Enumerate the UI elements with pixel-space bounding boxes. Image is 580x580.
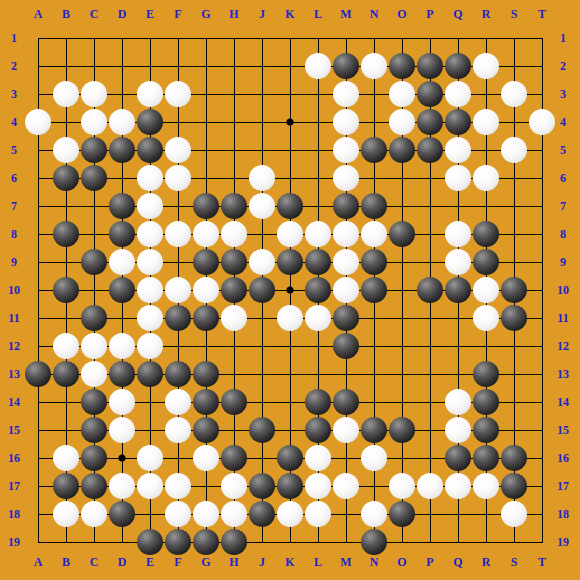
point-Q15[interactable] bbox=[444, 416, 472, 444]
point-P9[interactable] bbox=[416, 248, 444, 276]
point-N10[interactable] bbox=[360, 276, 388, 304]
point-S6[interactable] bbox=[500, 164, 528, 192]
point-J19[interactable] bbox=[248, 528, 276, 556]
point-S12[interactable] bbox=[500, 332, 528, 360]
point-F8[interactable] bbox=[164, 220, 192, 248]
point-O13[interactable] bbox=[388, 360, 416, 388]
point-B7[interactable] bbox=[52, 192, 80, 220]
point-S11[interactable] bbox=[500, 304, 528, 332]
point-B4[interactable] bbox=[52, 108, 80, 136]
point-S9[interactable] bbox=[500, 248, 528, 276]
point-T10[interactable] bbox=[528, 276, 556, 304]
point-G9[interactable] bbox=[192, 248, 220, 276]
point-E3[interactable] bbox=[136, 80, 164, 108]
point-K10[interactable] bbox=[276, 276, 304, 304]
point-M8[interactable] bbox=[332, 220, 360, 248]
point-B3[interactable] bbox=[52, 80, 80, 108]
point-Q7[interactable] bbox=[444, 192, 472, 220]
point-P5[interactable] bbox=[416, 136, 444, 164]
point-R11[interactable] bbox=[472, 304, 500, 332]
point-R4[interactable] bbox=[472, 108, 500, 136]
point-L9[interactable] bbox=[304, 248, 332, 276]
point-C9[interactable] bbox=[80, 248, 108, 276]
point-C8[interactable] bbox=[80, 220, 108, 248]
point-L15[interactable] bbox=[304, 416, 332, 444]
point-G13[interactable] bbox=[192, 360, 220, 388]
point-G5[interactable] bbox=[192, 136, 220, 164]
point-S16[interactable] bbox=[500, 444, 528, 472]
point-O6[interactable] bbox=[388, 164, 416, 192]
point-R13[interactable] bbox=[472, 360, 500, 388]
point-H2[interactable] bbox=[220, 52, 248, 80]
point-L12[interactable] bbox=[304, 332, 332, 360]
point-S1[interactable] bbox=[500, 24, 528, 52]
point-S7[interactable] bbox=[500, 192, 528, 220]
point-B18[interactable] bbox=[52, 500, 80, 528]
point-E2[interactable] bbox=[136, 52, 164, 80]
point-B11[interactable] bbox=[52, 304, 80, 332]
point-Q18[interactable] bbox=[444, 500, 472, 528]
point-D16[interactable] bbox=[108, 444, 136, 472]
point-R17[interactable] bbox=[472, 472, 500, 500]
point-F7[interactable] bbox=[164, 192, 192, 220]
point-A10[interactable] bbox=[24, 276, 52, 304]
point-C13[interactable] bbox=[80, 360, 108, 388]
point-F17[interactable] bbox=[164, 472, 192, 500]
point-B9[interactable] bbox=[52, 248, 80, 276]
point-C14[interactable] bbox=[80, 388, 108, 416]
point-Q5[interactable] bbox=[444, 136, 472, 164]
point-O5[interactable] bbox=[388, 136, 416, 164]
point-S2[interactable] bbox=[500, 52, 528, 80]
point-P18[interactable] bbox=[416, 500, 444, 528]
point-O18[interactable] bbox=[388, 500, 416, 528]
point-G3[interactable] bbox=[192, 80, 220, 108]
point-O12[interactable] bbox=[388, 332, 416, 360]
point-N4[interactable] bbox=[360, 108, 388, 136]
point-C12[interactable] bbox=[80, 332, 108, 360]
point-S10[interactable] bbox=[500, 276, 528, 304]
point-T13[interactable] bbox=[528, 360, 556, 388]
point-N14[interactable] bbox=[360, 388, 388, 416]
point-L3[interactable] bbox=[304, 80, 332, 108]
point-A15[interactable] bbox=[24, 416, 52, 444]
point-A2[interactable] bbox=[24, 52, 52, 80]
point-T17[interactable] bbox=[528, 472, 556, 500]
point-J13[interactable] bbox=[248, 360, 276, 388]
point-F18[interactable] bbox=[164, 500, 192, 528]
point-O10[interactable] bbox=[388, 276, 416, 304]
point-T8[interactable] bbox=[528, 220, 556, 248]
point-N8[interactable] bbox=[360, 220, 388, 248]
point-L18[interactable] bbox=[304, 500, 332, 528]
point-A6[interactable] bbox=[24, 164, 52, 192]
point-Q13[interactable] bbox=[444, 360, 472, 388]
point-H4[interactable] bbox=[220, 108, 248, 136]
point-R15[interactable] bbox=[472, 416, 500, 444]
point-H15[interactable] bbox=[220, 416, 248, 444]
point-E8[interactable] bbox=[136, 220, 164, 248]
point-N16[interactable] bbox=[360, 444, 388, 472]
point-A3[interactable] bbox=[24, 80, 52, 108]
point-K7[interactable] bbox=[276, 192, 304, 220]
point-D19[interactable] bbox=[108, 528, 136, 556]
point-G19[interactable] bbox=[192, 528, 220, 556]
point-D11[interactable] bbox=[108, 304, 136, 332]
point-K17[interactable] bbox=[276, 472, 304, 500]
point-L1[interactable] bbox=[304, 24, 332, 52]
point-H7[interactable] bbox=[220, 192, 248, 220]
point-F19[interactable] bbox=[164, 528, 192, 556]
point-D8[interactable] bbox=[108, 220, 136, 248]
point-D1[interactable] bbox=[108, 24, 136, 52]
point-A19[interactable] bbox=[24, 528, 52, 556]
point-M6[interactable] bbox=[332, 164, 360, 192]
point-H5[interactable] bbox=[220, 136, 248, 164]
point-H1[interactable] bbox=[220, 24, 248, 52]
point-H8[interactable] bbox=[220, 220, 248, 248]
point-K13[interactable] bbox=[276, 360, 304, 388]
point-E15[interactable] bbox=[136, 416, 164, 444]
point-G14[interactable] bbox=[192, 388, 220, 416]
point-E1[interactable] bbox=[136, 24, 164, 52]
point-H14[interactable] bbox=[220, 388, 248, 416]
point-E17[interactable] bbox=[136, 472, 164, 500]
point-B8[interactable] bbox=[52, 220, 80, 248]
point-D3[interactable] bbox=[108, 80, 136, 108]
point-D2[interactable] bbox=[108, 52, 136, 80]
point-E6[interactable] bbox=[136, 164, 164, 192]
point-O9[interactable] bbox=[388, 248, 416, 276]
point-J14[interactable] bbox=[248, 388, 276, 416]
point-P11[interactable] bbox=[416, 304, 444, 332]
point-J9[interactable] bbox=[248, 248, 276, 276]
point-F4[interactable] bbox=[164, 108, 192, 136]
point-J18[interactable] bbox=[248, 500, 276, 528]
point-N7[interactable] bbox=[360, 192, 388, 220]
point-J12[interactable] bbox=[248, 332, 276, 360]
point-O15[interactable] bbox=[388, 416, 416, 444]
point-F14[interactable] bbox=[164, 388, 192, 416]
point-L5[interactable] bbox=[304, 136, 332, 164]
point-C17[interactable] bbox=[80, 472, 108, 500]
point-F10[interactable] bbox=[164, 276, 192, 304]
point-K5[interactable] bbox=[276, 136, 304, 164]
point-G18[interactable] bbox=[192, 500, 220, 528]
point-K18[interactable] bbox=[276, 500, 304, 528]
point-H13[interactable] bbox=[220, 360, 248, 388]
point-T16[interactable] bbox=[528, 444, 556, 472]
point-D18[interactable] bbox=[108, 500, 136, 528]
point-E10[interactable] bbox=[136, 276, 164, 304]
point-P14[interactable] bbox=[416, 388, 444, 416]
point-J15[interactable] bbox=[248, 416, 276, 444]
point-L6[interactable] bbox=[304, 164, 332, 192]
point-Q3[interactable] bbox=[444, 80, 472, 108]
point-F6[interactable] bbox=[164, 164, 192, 192]
point-H12[interactable] bbox=[220, 332, 248, 360]
point-P10[interactable] bbox=[416, 276, 444, 304]
point-L16[interactable] bbox=[304, 444, 332, 472]
point-N17[interactable] bbox=[360, 472, 388, 500]
point-T2[interactable] bbox=[528, 52, 556, 80]
point-M10[interactable] bbox=[332, 276, 360, 304]
point-S13[interactable] bbox=[500, 360, 528, 388]
point-P4[interactable] bbox=[416, 108, 444, 136]
point-K9[interactable] bbox=[276, 248, 304, 276]
point-M19[interactable] bbox=[332, 528, 360, 556]
point-D4[interactable] bbox=[108, 108, 136, 136]
point-Q19[interactable] bbox=[444, 528, 472, 556]
point-S15[interactable] bbox=[500, 416, 528, 444]
point-P15[interactable] bbox=[416, 416, 444, 444]
point-B10[interactable] bbox=[52, 276, 80, 304]
point-Q6[interactable] bbox=[444, 164, 472, 192]
point-F11[interactable] bbox=[164, 304, 192, 332]
point-A5[interactable] bbox=[24, 136, 52, 164]
point-M7[interactable] bbox=[332, 192, 360, 220]
point-P3[interactable] bbox=[416, 80, 444, 108]
point-P16[interactable] bbox=[416, 444, 444, 472]
point-G10[interactable] bbox=[192, 276, 220, 304]
point-D14[interactable] bbox=[108, 388, 136, 416]
point-M4[interactable] bbox=[332, 108, 360, 136]
point-J1[interactable] bbox=[248, 24, 276, 52]
point-J11[interactable] bbox=[248, 304, 276, 332]
point-S19[interactable] bbox=[500, 528, 528, 556]
point-O3[interactable] bbox=[388, 80, 416, 108]
point-O19[interactable] bbox=[388, 528, 416, 556]
point-P19[interactable] bbox=[416, 528, 444, 556]
point-D12[interactable] bbox=[108, 332, 136, 360]
point-P17[interactable] bbox=[416, 472, 444, 500]
point-G1[interactable] bbox=[192, 24, 220, 52]
point-N3[interactable] bbox=[360, 80, 388, 108]
point-H6[interactable] bbox=[220, 164, 248, 192]
point-J3[interactable] bbox=[248, 80, 276, 108]
point-T5[interactable] bbox=[528, 136, 556, 164]
point-K4[interactable] bbox=[276, 108, 304, 136]
point-R8[interactable] bbox=[472, 220, 500, 248]
point-A4[interactable] bbox=[24, 108, 52, 136]
point-C11[interactable] bbox=[80, 304, 108, 332]
point-E16[interactable] bbox=[136, 444, 164, 472]
point-F1[interactable] bbox=[164, 24, 192, 52]
point-Q11[interactable] bbox=[444, 304, 472, 332]
point-F13[interactable] bbox=[164, 360, 192, 388]
point-D5[interactable] bbox=[108, 136, 136, 164]
point-S14[interactable] bbox=[500, 388, 528, 416]
point-C4[interactable] bbox=[80, 108, 108, 136]
point-N9[interactable] bbox=[360, 248, 388, 276]
point-T12[interactable] bbox=[528, 332, 556, 360]
point-E14[interactable] bbox=[136, 388, 164, 416]
point-B1[interactable] bbox=[52, 24, 80, 52]
point-M9[interactable] bbox=[332, 248, 360, 276]
point-H17[interactable] bbox=[220, 472, 248, 500]
point-J4[interactable] bbox=[248, 108, 276, 136]
point-M13[interactable] bbox=[332, 360, 360, 388]
point-P13[interactable] bbox=[416, 360, 444, 388]
point-D9[interactable] bbox=[108, 248, 136, 276]
point-L19[interactable] bbox=[304, 528, 332, 556]
point-A14[interactable] bbox=[24, 388, 52, 416]
point-D7[interactable] bbox=[108, 192, 136, 220]
point-N6[interactable] bbox=[360, 164, 388, 192]
point-G16[interactable] bbox=[192, 444, 220, 472]
point-K11[interactable] bbox=[276, 304, 304, 332]
point-D17[interactable] bbox=[108, 472, 136, 500]
point-R7[interactable] bbox=[472, 192, 500, 220]
point-M11[interactable] bbox=[332, 304, 360, 332]
point-L2[interactable] bbox=[304, 52, 332, 80]
point-K1[interactable] bbox=[276, 24, 304, 52]
point-B12[interactable] bbox=[52, 332, 80, 360]
point-C18[interactable] bbox=[80, 500, 108, 528]
point-G4[interactable] bbox=[192, 108, 220, 136]
point-L11[interactable] bbox=[304, 304, 332, 332]
point-H16[interactable] bbox=[220, 444, 248, 472]
point-Q9[interactable] bbox=[444, 248, 472, 276]
point-S3[interactable] bbox=[500, 80, 528, 108]
point-T15[interactable] bbox=[528, 416, 556, 444]
point-J2[interactable] bbox=[248, 52, 276, 80]
point-T1[interactable] bbox=[528, 24, 556, 52]
point-T11[interactable] bbox=[528, 304, 556, 332]
point-R1[interactable] bbox=[472, 24, 500, 52]
point-M17[interactable] bbox=[332, 472, 360, 500]
point-R9[interactable] bbox=[472, 248, 500, 276]
point-K15[interactable] bbox=[276, 416, 304, 444]
point-R12[interactable] bbox=[472, 332, 500, 360]
point-F15[interactable] bbox=[164, 416, 192, 444]
point-R16[interactable] bbox=[472, 444, 500, 472]
point-C19[interactable] bbox=[80, 528, 108, 556]
point-O16[interactable] bbox=[388, 444, 416, 472]
point-N11[interactable] bbox=[360, 304, 388, 332]
point-O14[interactable] bbox=[388, 388, 416, 416]
point-G12[interactable] bbox=[192, 332, 220, 360]
point-E11[interactable] bbox=[136, 304, 164, 332]
point-L7[interactable] bbox=[304, 192, 332, 220]
point-K16[interactable] bbox=[276, 444, 304, 472]
point-R18[interactable] bbox=[472, 500, 500, 528]
point-P12[interactable] bbox=[416, 332, 444, 360]
point-M2[interactable] bbox=[332, 52, 360, 80]
point-S5[interactable] bbox=[500, 136, 528, 164]
point-R14[interactable] bbox=[472, 388, 500, 416]
point-F12[interactable] bbox=[164, 332, 192, 360]
point-C16[interactable] bbox=[80, 444, 108, 472]
point-B19[interactable] bbox=[52, 528, 80, 556]
point-C2[interactable] bbox=[80, 52, 108, 80]
point-Q1[interactable] bbox=[444, 24, 472, 52]
point-G7[interactable] bbox=[192, 192, 220, 220]
point-A1[interactable] bbox=[24, 24, 52, 52]
point-P1[interactable] bbox=[416, 24, 444, 52]
point-L17[interactable] bbox=[304, 472, 332, 500]
point-O1[interactable] bbox=[388, 24, 416, 52]
point-A16[interactable] bbox=[24, 444, 52, 472]
point-E13[interactable] bbox=[136, 360, 164, 388]
point-Q14[interactable] bbox=[444, 388, 472, 416]
point-P7[interactable] bbox=[416, 192, 444, 220]
point-J5[interactable] bbox=[248, 136, 276, 164]
point-L14[interactable] bbox=[304, 388, 332, 416]
point-T18[interactable] bbox=[528, 500, 556, 528]
point-M16[interactable] bbox=[332, 444, 360, 472]
point-N15[interactable] bbox=[360, 416, 388, 444]
point-Q4[interactable] bbox=[444, 108, 472, 136]
point-H19[interactable] bbox=[220, 528, 248, 556]
point-N19[interactable] bbox=[360, 528, 388, 556]
point-B5[interactable] bbox=[52, 136, 80, 164]
point-D10[interactable] bbox=[108, 276, 136, 304]
point-E12[interactable] bbox=[136, 332, 164, 360]
point-J6[interactable] bbox=[248, 164, 276, 192]
point-S18[interactable] bbox=[500, 500, 528, 528]
point-P6[interactable] bbox=[416, 164, 444, 192]
point-A17[interactable] bbox=[24, 472, 52, 500]
point-A9[interactable] bbox=[24, 248, 52, 276]
point-G6[interactable] bbox=[192, 164, 220, 192]
point-M14[interactable] bbox=[332, 388, 360, 416]
point-M12[interactable] bbox=[332, 332, 360, 360]
point-Q8[interactable] bbox=[444, 220, 472, 248]
point-N13[interactable] bbox=[360, 360, 388, 388]
point-B2[interactable] bbox=[52, 52, 80, 80]
point-M18[interactable] bbox=[332, 500, 360, 528]
point-O17[interactable] bbox=[388, 472, 416, 500]
point-L4[interactable] bbox=[304, 108, 332, 136]
point-Q10[interactable] bbox=[444, 276, 472, 304]
point-O11[interactable] bbox=[388, 304, 416, 332]
point-R5[interactable] bbox=[472, 136, 500, 164]
point-B15[interactable] bbox=[52, 416, 80, 444]
point-R10[interactable] bbox=[472, 276, 500, 304]
point-G17[interactable] bbox=[192, 472, 220, 500]
point-L8[interactable] bbox=[304, 220, 332, 248]
point-N5[interactable] bbox=[360, 136, 388, 164]
point-S17[interactable] bbox=[500, 472, 528, 500]
point-A8[interactable] bbox=[24, 220, 52, 248]
point-E7[interactable] bbox=[136, 192, 164, 220]
point-K2[interactable] bbox=[276, 52, 304, 80]
point-G2[interactable] bbox=[192, 52, 220, 80]
point-E9[interactable] bbox=[136, 248, 164, 276]
point-G15[interactable] bbox=[192, 416, 220, 444]
point-F16[interactable] bbox=[164, 444, 192, 472]
point-F3[interactable] bbox=[164, 80, 192, 108]
point-G11[interactable] bbox=[192, 304, 220, 332]
point-C15[interactable] bbox=[80, 416, 108, 444]
point-O8[interactable] bbox=[388, 220, 416, 248]
point-F5[interactable] bbox=[164, 136, 192, 164]
point-B17[interactable] bbox=[52, 472, 80, 500]
point-A18[interactable] bbox=[24, 500, 52, 528]
point-R19[interactable] bbox=[472, 528, 500, 556]
point-T14[interactable] bbox=[528, 388, 556, 416]
point-E18[interactable] bbox=[136, 500, 164, 528]
point-G8[interactable] bbox=[192, 220, 220, 248]
point-T6[interactable] bbox=[528, 164, 556, 192]
point-K6[interactable] bbox=[276, 164, 304, 192]
point-C5[interactable] bbox=[80, 136, 108, 164]
point-P8[interactable] bbox=[416, 220, 444, 248]
point-P2[interactable] bbox=[416, 52, 444, 80]
point-C7[interactable] bbox=[80, 192, 108, 220]
point-C10[interactable] bbox=[80, 276, 108, 304]
